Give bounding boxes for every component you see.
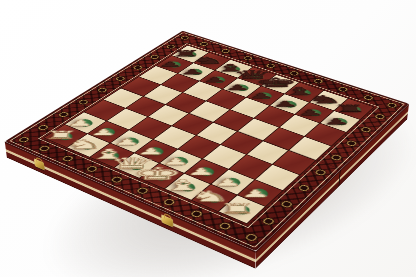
piece-white-pawn-g2[interactable]: ♟	[197, 177, 259, 187]
chess-set-photo: ♜♞♝♛♚♝♞♜♟♟♟♟♟♟♟♟♟♟♟♟♟♟♟♟♜♞♝♛♚♝♞♜	[0, 0, 416, 277]
square-f3[interactable]	[203, 145, 245, 169]
square-f2[interactable]: ♟	[185, 159, 228, 184]
felt-base	[203, 192, 225, 205]
brass-clasp[interactable]	[162, 214, 174, 227]
felt-base	[145, 146, 165, 157]
square-g3[interactable]	[229, 155, 271, 179]
fold-seam-side	[338, 169, 340, 187]
felt-base	[151, 170, 172, 182]
felt-base	[196, 166, 217, 178]
square-g2[interactable]: ♟	[211, 169, 255, 194]
square-c2[interactable]: ♟	[111, 130, 153, 152]
brass-clasp[interactable]	[34, 158, 45, 170]
felt-base	[222, 176, 243, 188]
felt-base	[176, 181, 197, 193]
felt-base	[126, 160, 147, 171]
felt-base	[101, 150, 122, 161]
felt-base	[231, 203, 253, 216]
piece-white-pawn-f2[interactable]: ♟	[171, 167, 232, 177]
square-g5[interactable]	[264, 128, 304, 150]
scene: ♜♞♝♛♚♝♞♜♟♟♟♟♟♟♟♟♟♟♟♟♟♟♟♟♜♞♝♛♚♝♞♜	[68, 0, 358, 267]
piece-white-pawn-d2[interactable]: ♟	[121, 147, 181, 156]
